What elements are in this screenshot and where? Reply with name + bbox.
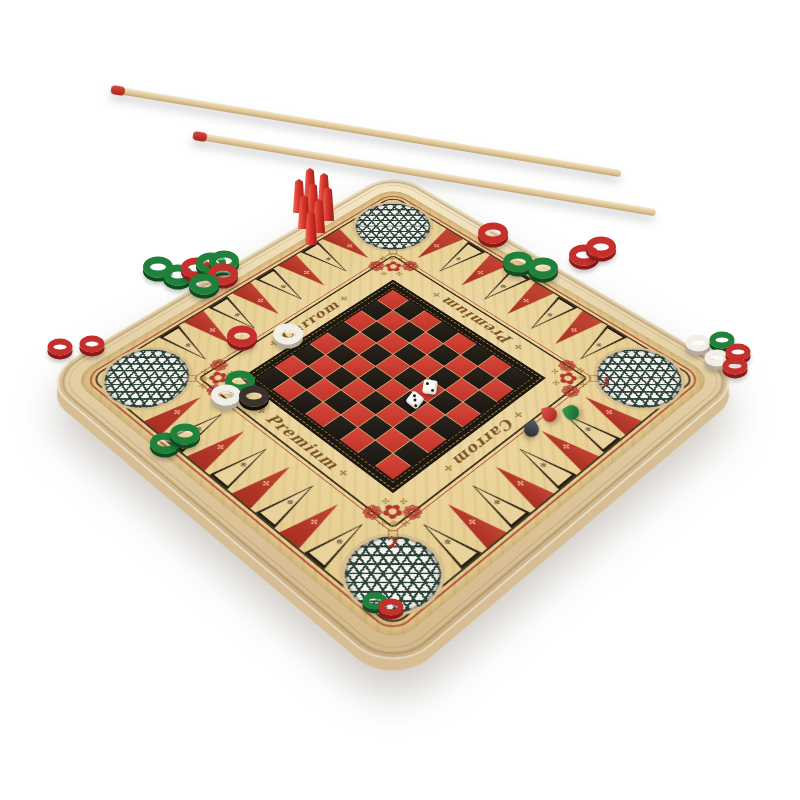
flourish-icon: ✢ <box>336 467 351 478</box>
flourish-icon: ✢ <box>511 342 525 352</box>
carrom-ring-black[interactable] <box>239 386 269 407</box>
carrom-ring-red[interactable] <box>48 339 73 356</box>
flourish-icon: ✢ <box>441 463 456 474</box>
carrom-ring-green[interactable] <box>189 274 219 295</box>
carrom-ring-red[interactable] <box>586 237 616 258</box>
carrom-ring-white[interactable] <box>211 385 241 406</box>
carrom-ring-red[interactable] <box>379 599 404 616</box>
flourish-icon: ✢ <box>429 290 443 299</box>
carrom-ring-white[interactable] <box>686 335 711 352</box>
corner-diamond-motif <box>187 375 197 381</box>
board-perspective-wrap: ✣❈✣❈✣❈✣❈ ✣❈✣❈✣❈✣❈ ✣❈✣❈✣❈✣❈ ✣❈✣❈✣❈✣❈ ✢❈✢ … <box>143 128 643 628</box>
die-pip <box>426 382 429 385</box>
carrom-ring-white[interactable] <box>273 324 303 345</box>
carrom-ring-green[interactable] <box>170 424 200 445</box>
die-pip <box>412 393 416 397</box>
die-pip <box>413 398 417 402</box>
corner-diamond-motif <box>389 249 397 254</box>
carrom-ring-red[interactable] <box>80 336 105 353</box>
flourish-icon: ✢ <box>337 294 351 303</box>
checkerboard <box>240 280 545 494</box>
carrom-ring-red[interactable] <box>227 326 257 347</box>
corner-diamond-motif <box>388 530 398 538</box>
die-pip <box>413 403 417 407</box>
flourish-icon: ✢ <box>255 406 270 417</box>
flourish-icon: ✢ <box>511 410 526 421</box>
board-surface: ✣❈✣❈✣❈✣❈ ✣❈✣❈✣❈✣❈ ✣❈✣❈✣❈✣❈ ✣❈✣❈✣❈✣❈ ✢❈✢ … <box>71 186 716 647</box>
die-showing-2[interactable] <box>422 379 438 395</box>
die-pip <box>431 389 434 392</box>
corner-diamond-motif <box>589 375 599 381</box>
carrom-ring-red[interactable] <box>478 223 508 244</box>
carrom-ring-green[interactable] <box>528 258 558 279</box>
product-photo-scene: ✣❈✣❈✣❈✣❈ ✣❈✣❈✣❈✣❈ ✣❈✣❈✣❈✣❈ ✣❈✣❈✣❈✣❈ ✢❈✢ … <box>0 0 800 800</box>
carrom-ring-red[interactable] <box>723 358 748 375</box>
